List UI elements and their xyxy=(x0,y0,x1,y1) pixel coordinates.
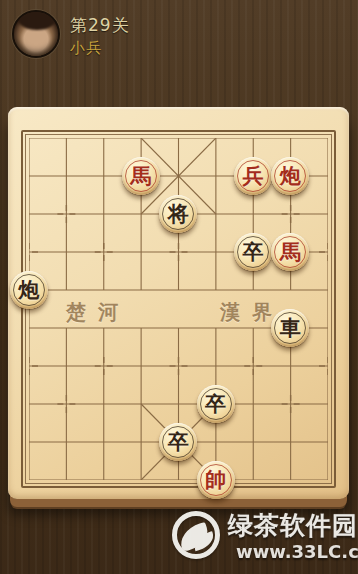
piece-black-cannon[interactable]: 炮 xyxy=(10,271,48,309)
player-avatar[interactable] xyxy=(12,10,60,58)
piece-black-soldier[interactable]: 卒 xyxy=(234,233,272,271)
piece-red-cannon[interactable]: 炮 xyxy=(271,157,309,195)
piece-black-general[interactable]: 将 xyxy=(159,195,197,233)
piece-red-soldier[interactable]: 兵 xyxy=(234,157,272,195)
watermark-site-url: www.33LC.com xyxy=(236,541,358,562)
piece-red-horse[interactable]: 馬 xyxy=(122,157,160,195)
level-label: 第29关 xyxy=(70,14,130,37)
piece-red-general[interactable]: 帥 xyxy=(197,461,235,499)
player-name-label: 小兵 xyxy=(70,39,102,58)
pieces-grid: 馬兵炮将卒馬炮車卒卒帥 xyxy=(10,119,347,499)
piece-black-soldier[interactable]: 卒 xyxy=(159,423,197,461)
piece-black-chariot[interactable]: 車 xyxy=(271,309,309,347)
site-watermark: 绿茶软件园 www.33LC.com xyxy=(0,503,356,571)
site-logo-icon xyxy=(172,511,220,559)
piece-black-soldier[interactable]: 卒 xyxy=(197,385,235,423)
header-bar: 第29关 小兵 xyxy=(0,0,358,100)
watermark-site-name: 绿茶软件园 xyxy=(228,509,354,542)
xiangqi-board[interactable]: 楚河 漢界 馬兵炮将卒馬炮車卒卒帥 xyxy=(8,107,349,499)
game-screen: { "game": "xiangqi (Chinese chess)", "he… xyxy=(0,0,358,574)
piece-red-horse[interactable]: 馬 xyxy=(271,233,309,271)
